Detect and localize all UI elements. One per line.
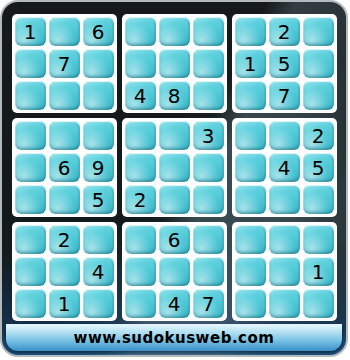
sudoku-board: 167482157695322452416471 <box>12 14 337 321</box>
cell-r4c1[interactable] <box>15 121 46 150</box>
cell-r4c9[interactable]: 2 <box>303 121 334 150</box>
cell-r2c3[interactable] <box>83 49 114 78</box>
cell-r7c3[interactable] <box>83 225 114 254</box>
sudoku-widget: 167482157695322452416471 www.sudokusweb.… <box>0 0 348 357</box>
cell-r1c8[interactable]: 2 <box>269 17 300 46</box>
cell-r7c6[interactable] <box>193 225 224 254</box>
cell-r7c4[interactable] <box>125 225 156 254</box>
cell-r9c2[interactable]: 1 <box>49 289 80 318</box>
cell-r8c4[interactable] <box>125 257 156 286</box>
cell-r3c7[interactable] <box>235 81 266 110</box>
cell-r1c7[interactable] <box>235 17 266 46</box>
cell-r7c7[interactable] <box>235 225 266 254</box>
cell-r9c6[interactable]: 7 <box>193 289 224 318</box>
cell-r6c8[interactable] <box>269 185 300 214</box>
cell-r9c3[interactable] <box>83 289 114 318</box>
cell-r3c1[interactable] <box>15 81 46 110</box>
cell-r5c3[interactable]: 9 <box>83 153 114 182</box>
cell-r2c8[interactable]: 5 <box>269 49 300 78</box>
cell-r6c4[interactable]: 2 <box>125 185 156 214</box>
cell-r6c2[interactable] <box>49 185 80 214</box>
cell-r8c1[interactable] <box>15 257 46 286</box>
cell-r2c2[interactable]: 7 <box>49 49 80 78</box>
cell-r5c2[interactable]: 6 <box>49 153 80 182</box>
cell-r2c9[interactable] <box>303 49 334 78</box>
box-r1c2: 48 <box>122 14 227 113</box>
cell-r5c7[interactable] <box>235 153 266 182</box>
cell-r4c5[interactable] <box>159 121 190 150</box>
cell-r8c8[interactable] <box>269 257 300 286</box>
cell-r6c9[interactable] <box>303 185 334 214</box>
box-r2c3: 245 <box>232 118 337 217</box>
cell-r5c4[interactable] <box>125 153 156 182</box>
cell-r6c1[interactable] <box>15 185 46 214</box>
box-r2c2: 32 <box>122 118 227 217</box>
cell-r3c2[interactable] <box>49 81 80 110</box>
box-r1c3: 2157 <box>232 14 337 113</box>
cell-r1c4[interactable] <box>125 17 156 46</box>
cell-r3c9[interactable] <box>303 81 334 110</box>
cell-r2c7[interactable]: 1 <box>235 49 266 78</box>
cell-r3c5[interactable]: 8 <box>159 81 190 110</box>
cell-r7c5[interactable]: 6 <box>159 225 190 254</box>
cell-r5c5[interactable] <box>159 153 190 182</box>
cell-r8c6[interactable] <box>193 257 224 286</box>
cell-r8c9[interactable]: 1 <box>303 257 334 286</box>
cell-r4c8[interactable] <box>269 121 300 150</box>
cell-r9c5[interactable]: 4 <box>159 289 190 318</box>
cell-r4c2[interactable] <box>49 121 80 150</box>
cell-r3c8[interactable]: 7 <box>269 81 300 110</box>
cell-r3c4[interactable]: 4 <box>125 81 156 110</box>
box-r3c3: 1 <box>232 222 337 321</box>
box-r2c1: 695 <box>12 118 117 217</box>
cell-r5c8[interactable]: 4 <box>269 153 300 182</box>
cell-r8c2[interactable] <box>49 257 80 286</box>
cell-r2c1[interactable] <box>15 49 46 78</box>
cell-r9c4[interactable] <box>125 289 156 318</box>
box-r3c2: 647 <box>122 222 227 321</box>
cell-r6c5[interactable] <box>159 185 190 214</box>
cell-r1c6[interactable] <box>193 17 224 46</box>
cell-r3c6[interactable] <box>193 81 224 110</box>
cell-r5c9[interactable]: 5 <box>303 153 334 182</box>
cell-r6c3[interactable]: 5 <box>83 185 114 214</box>
cell-r2c6[interactable] <box>193 49 224 78</box>
cell-r6c7[interactable] <box>235 185 266 214</box>
cell-r9c7[interactable] <box>235 289 266 318</box>
cell-r7c1[interactable] <box>15 225 46 254</box>
cell-r5c1[interactable] <box>15 153 46 182</box>
cell-r9c1[interactable] <box>15 289 46 318</box>
cell-r5c6[interactable] <box>193 153 224 182</box>
cell-r6c6[interactable] <box>193 185 224 214</box>
cell-r1c1[interactable]: 1 <box>15 17 46 46</box>
cell-r8c3[interactable]: 4 <box>83 257 114 286</box>
site-url[interactable]: www.sudokusweb.com <box>74 329 275 347</box>
cell-r2c4[interactable] <box>125 49 156 78</box>
box-r1c1: 167 <box>12 14 117 113</box>
cell-r8c7[interactable] <box>235 257 266 286</box>
footer-bar: www.sudokusweb.com <box>6 324 342 351</box>
cell-r4c7[interactable] <box>235 121 266 150</box>
cell-r7c8[interactable] <box>269 225 300 254</box>
cell-r3c3[interactable] <box>83 81 114 110</box>
cell-r4c4[interactable] <box>125 121 156 150</box>
cell-r4c3[interactable] <box>83 121 114 150</box>
cell-r2c5[interactable] <box>159 49 190 78</box>
cell-r7c9[interactable] <box>303 225 334 254</box>
cell-r7c2[interactable]: 2 <box>49 225 80 254</box>
cell-r4c6[interactable]: 3 <box>193 121 224 150</box>
cell-r8c5[interactable] <box>159 257 190 286</box>
cell-r1c9[interactable] <box>303 17 334 46</box>
box-r3c1: 241 <box>12 222 117 321</box>
cell-r1c2[interactable] <box>49 17 80 46</box>
cell-r1c5[interactable] <box>159 17 190 46</box>
cell-r9c8[interactable] <box>269 289 300 318</box>
cell-r1c3[interactable]: 6 <box>83 17 114 46</box>
cell-r9c9[interactable] <box>303 289 334 318</box>
